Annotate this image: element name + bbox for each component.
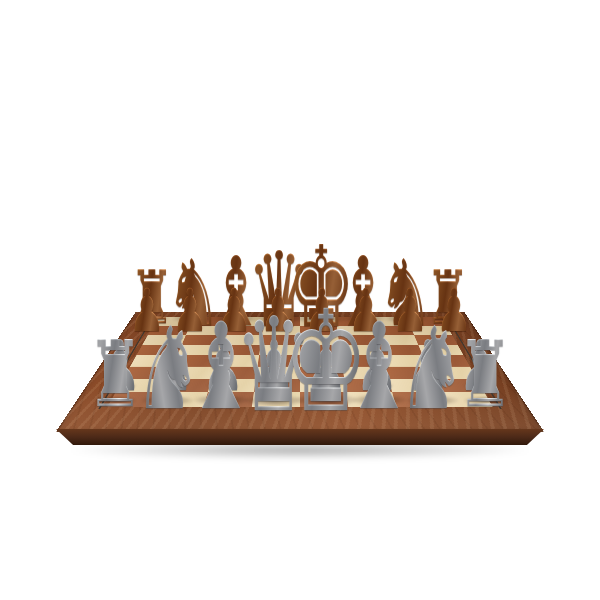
board-front-edge bbox=[56, 429, 544, 445]
square-b2 bbox=[162, 379, 212, 392]
square-g1 bbox=[392, 392, 444, 407]
square-c7 bbox=[224, 326, 263, 335]
square-h8 bbox=[407, 317, 447, 326]
square-h4 bbox=[423, 355, 470, 366]
square-h5 bbox=[418, 345, 463, 356]
square-d3 bbox=[256, 367, 300, 379]
square-c3 bbox=[212, 367, 258, 379]
board-grid bbox=[107, 317, 492, 407]
square-b8 bbox=[190, 317, 229, 326]
square-e5 bbox=[300, 345, 341, 356]
square-c5 bbox=[218, 345, 260, 356]
square-b3 bbox=[167, 367, 215, 379]
square-b5 bbox=[177, 345, 221, 356]
square-f6 bbox=[338, 335, 379, 345]
square-a5 bbox=[136, 345, 181, 356]
square-f3 bbox=[342, 367, 388, 379]
square-d2 bbox=[254, 379, 300, 392]
square-e3 bbox=[300, 367, 344, 379]
square-b4 bbox=[173, 355, 219, 366]
square-a2 bbox=[116, 379, 168, 392]
square-c2 bbox=[208, 379, 256, 392]
square-e2 bbox=[300, 379, 346, 392]
square-d5 bbox=[259, 345, 300, 356]
square-a4 bbox=[130, 355, 177, 366]
square-e8 bbox=[300, 317, 337, 326]
square-g3 bbox=[385, 367, 433, 379]
square-e1 bbox=[300, 392, 348, 407]
square-h1 bbox=[438, 392, 492, 407]
square-a6 bbox=[142, 335, 186, 345]
square-a8 bbox=[153, 317, 193, 326]
square-g8 bbox=[371, 317, 410, 326]
square-a1 bbox=[107, 392, 161, 407]
square-c1 bbox=[204, 392, 254, 407]
square-f5 bbox=[339, 345, 381, 356]
chessboard bbox=[56, 312, 545, 432]
square-a3 bbox=[123, 367, 172, 379]
square-d4 bbox=[258, 355, 300, 366]
square-b1 bbox=[156, 392, 208, 407]
photo-canvas: ♜♞♝♛♚♝♞♜♟♟♟♟♟♟♟♟♟♟♟♟♟♟♟♟♜♞♝♛♚♝♞♜ bbox=[0, 0, 600, 600]
square-g6 bbox=[376, 335, 418, 345]
square-c4 bbox=[215, 355, 259, 366]
square-f4 bbox=[341, 355, 385, 366]
square-g2 bbox=[388, 379, 438, 392]
square-h2 bbox=[433, 379, 485, 392]
square-d8 bbox=[263, 317, 300, 326]
square-e4 bbox=[300, 355, 342, 366]
square-g4 bbox=[382, 355, 428, 366]
square-f1 bbox=[346, 392, 396, 407]
square-e7 bbox=[300, 326, 338, 335]
square-d6 bbox=[261, 335, 300, 345]
square-g5 bbox=[379, 345, 423, 356]
square-h7 bbox=[410, 326, 452, 335]
square-b6 bbox=[182, 335, 224, 345]
square-a7 bbox=[148, 326, 190, 335]
square-g7 bbox=[373, 326, 414, 335]
square-d7 bbox=[262, 326, 300, 335]
square-b7 bbox=[186, 326, 227, 335]
square-f2 bbox=[344, 379, 392, 392]
square-d1 bbox=[252, 392, 300, 407]
pieces-layer: ♜♞♝♛♚♝♞♜♟♟♟♟♟♟♟♟♟♟♟♟♟♟♟♟♜♞♝♛♚♝♞♜ bbox=[0, 0, 600, 600]
square-h6 bbox=[414, 335, 458, 345]
square-c8 bbox=[227, 317, 265, 326]
square-h3 bbox=[427, 367, 476, 379]
square-f8 bbox=[336, 317, 374, 326]
square-c6 bbox=[221, 335, 262, 345]
square-e6 bbox=[300, 335, 339, 345]
square-f7 bbox=[337, 326, 376, 335]
